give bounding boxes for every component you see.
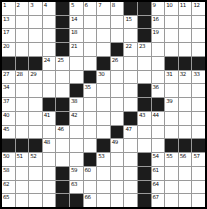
clue-number: 56 xyxy=(180,153,186,159)
cell-r6c13[interactable]: 31 xyxy=(165,71,178,84)
cell-r5c4[interactable]: 24 xyxy=(43,57,56,70)
clue-number: 60 xyxy=(85,167,91,173)
cell-r9c11[interactable]: 43 xyxy=(138,112,151,125)
cell-r3c4[interactable] xyxy=(43,29,56,42)
cell-r13c3[interactable] xyxy=(29,167,42,180)
black-square-r1c5 xyxy=(56,2,69,15)
cell-r13c6[interactable]: 59 xyxy=(70,167,83,180)
cell-r13c12[interactable]: 61 xyxy=(152,167,165,180)
clue-number: 31 xyxy=(166,71,172,77)
cell-r9c2[interactable] xyxy=(16,112,29,125)
clue-number: 17 xyxy=(3,29,9,35)
clue-number: 22 xyxy=(125,43,131,49)
cell-r2c15[interactable] xyxy=(192,16,205,29)
clue-number: 63 xyxy=(71,181,77,187)
cell-r14c3[interactable] xyxy=(29,181,42,194)
cell-r9c7[interactable] xyxy=(84,112,97,125)
cell-r7c13[interactable] xyxy=(165,84,178,97)
clue-number: 57 xyxy=(193,153,199,159)
cell-r6c5[interactable] xyxy=(56,71,69,84)
cell-r3c9[interactable] xyxy=(111,29,124,42)
black-square-r4c9 xyxy=(111,43,124,56)
black-square-r13c5 xyxy=(56,167,69,180)
cell-r6c3[interactable]: 29 xyxy=(29,71,42,84)
cell-r14c1[interactable]: 62 xyxy=(2,181,15,194)
black-square-r5c3 xyxy=(29,57,42,70)
black-square-r14c11 xyxy=(138,181,151,194)
cell-r13c8[interactable] xyxy=(97,167,110,180)
cell-r9c14[interactable] xyxy=(179,112,192,125)
cell-r8c3[interactable] xyxy=(29,98,42,111)
black-square-r11c14 xyxy=(179,139,192,152)
black-square-r12c7 xyxy=(84,153,97,166)
cell-r3c7[interactable] xyxy=(84,29,97,42)
clue-number: 46 xyxy=(57,126,63,132)
cell-r12c12[interactable]: 54 xyxy=(152,153,165,166)
clue-number: 48 xyxy=(44,139,50,145)
cell-r13c1[interactable]: 58 xyxy=(2,167,15,180)
cell-r10c8[interactable] xyxy=(97,126,110,139)
clue-number: 29 xyxy=(30,71,36,77)
cell-r12c6[interactable] xyxy=(70,153,83,166)
clue-number: 18 xyxy=(71,29,77,35)
black-square-r8c12 xyxy=(152,98,165,111)
cell-r14c9[interactable] xyxy=(111,181,124,194)
cell-r15c15[interactable] xyxy=(192,194,205,207)
cell-r15c13[interactable] xyxy=(165,194,178,207)
clue-number: 36 xyxy=(153,84,159,90)
cell-r14c15[interactable] xyxy=(192,181,205,194)
cell-r4c1[interactable]: 20 xyxy=(2,43,15,56)
cell-r12c15[interactable]: 57 xyxy=(192,153,205,166)
clue-number: 35 xyxy=(85,84,91,90)
cell-r2c6[interactable]: 14 xyxy=(70,16,83,29)
cell-r11c9[interactable]: 49 xyxy=(111,139,124,152)
cell-r12c1[interactable]: 50 xyxy=(2,153,15,166)
cell-r15c1[interactable]: 65 xyxy=(2,194,15,207)
cell-r9c15[interactable] xyxy=(192,112,205,125)
crossword-puzzle: 1234567891011121314151617181920212223242… xyxy=(0,0,207,209)
cell-r14c14[interactable] xyxy=(179,181,192,194)
cell-r1c9[interactable]: 8 xyxy=(111,2,124,15)
cell-r7c5[interactable] xyxy=(56,84,69,97)
cell-r11c5[interactable] xyxy=(56,139,69,152)
cell-r11c6[interactable] xyxy=(70,139,83,152)
black-square-r13c11 xyxy=(138,167,151,180)
cell-r13c9[interactable] xyxy=(111,167,124,180)
clue-number: 42 xyxy=(71,112,77,118)
cell-r12c3[interactable]: 52 xyxy=(29,153,42,166)
cell-r11c4[interactable]: 48 xyxy=(43,139,56,152)
cell-r13c4[interactable] xyxy=(43,167,56,180)
black-square-r4c5 xyxy=(56,43,69,56)
black-square-r1c10 xyxy=(124,2,137,15)
black-square-r5c15 xyxy=(192,57,205,70)
cell-r3c14[interactable] xyxy=(179,29,192,42)
cell-r10c5[interactable]: 46 xyxy=(56,126,69,139)
cell-r4c15[interactable] xyxy=(192,43,205,56)
clue-number: 20 xyxy=(3,43,9,49)
black-square-r5c1 xyxy=(2,57,15,70)
cell-r12c2[interactable]: 51 xyxy=(16,153,29,166)
cell-r6c4[interactable] xyxy=(43,71,56,84)
clue-number: 65 xyxy=(3,194,9,200)
cell-r9c6[interactable]: 42 xyxy=(70,112,83,125)
clue-number: 62 xyxy=(3,181,9,187)
black-square-r2c11 xyxy=(138,16,151,29)
cell-r13c15[interactable] xyxy=(192,167,205,180)
cell-r10c12[interactable] xyxy=(152,126,165,139)
cell-r2c13[interactable] xyxy=(165,16,178,29)
clue-number: 3 xyxy=(30,2,33,8)
cell-r13c2[interactable] xyxy=(16,167,29,180)
clue-number: 24 xyxy=(44,57,50,63)
black-square-r15c11 xyxy=(138,194,151,207)
clue-number: 9 xyxy=(153,2,156,8)
black-square-r5c8 xyxy=(97,57,110,70)
clue-number: 30 xyxy=(98,71,104,77)
cell-r1c12[interactable]: 9 xyxy=(152,2,165,15)
cell-r13c10[interactable] xyxy=(124,167,137,180)
cell-r13c13[interactable] xyxy=(165,167,178,180)
clue-number: 27 xyxy=(3,71,9,77)
clue-number: 52 xyxy=(30,153,36,159)
cell-r7c3[interactable] xyxy=(29,84,42,97)
cell-r3c6[interactable]: 18 xyxy=(70,29,83,42)
clue-number: 26 xyxy=(112,57,118,63)
cell-r3c10[interactable] xyxy=(124,29,137,42)
crossword-grid: 1234567891011121314151617181920212223242… xyxy=(0,0,207,209)
cell-r7c2[interactable] xyxy=(16,84,29,97)
cell-r6c8[interactable]: 30 xyxy=(97,71,110,84)
cell-r15c10[interactable] xyxy=(124,194,137,207)
cell-r8c2[interactable] xyxy=(16,98,29,111)
cell-r14c6[interactable]: 63 xyxy=(70,181,83,194)
cell-r4c4[interactable] xyxy=(43,43,56,56)
black-square-r5c2 xyxy=(16,57,29,70)
cell-r9c4[interactable]: 41 xyxy=(43,112,56,125)
black-square-r2c5 xyxy=(56,16,69,29)
clue-number: 8 xyxy=(112,2,115,8)
cell-r14c10[interactable] xyxy=(124,181,137,194)
cell-r9c12[interactable]: 44 xyxy=(152,112,165,125)
cell-r3c13[interactable] xyxy=(165,29,178,42)
cell-r8c7[interactable] xyxy=(84,98,97,111)
black-square-r9c10 xyxy=(124,112,137,125)
black-square-r15c5 xyxy=(56,194,69,207)
cell-r2c1[interactable]: 13 xyxy=(2,16,15,29)
cell-r8c13[interactable]: 39 xyxy=(165,98,178,111)
cell-r3c3[interactable] xyxy=(29,29,42,42)
cell-r5c11[interactable] xyxy=(138,57,151,70)
cell-r7c9[interactable] xyxy=(111,84,124,97)
cell-r15c4[interactable] xyxy=(43,194,56,207)
clue-number: 39 xyxy=(166,98,172,104)
clue-number: 25 xyxy=(57,57,63,63)
cell-r5c7[interactable] xyxy=(84,57,97,70)
cell-r10c3[interactable] xyxy=(29,126,42,139)
clue-number: 38 xyxy=(71,98,77,104)
cell-r1c4[interactable]: 4 xyxy=(43,2,56,15)
clue-number: 19 xyxy=(153,29,159,35)
cell-r4c13[interactable] xyxy=(165,43,178,56)
black-square-r8c4 xyxy=(43,98,56,111)
cell-r4c2[interactable] xyxy=(16,43,29,56)
black-square-r7c11 xyxy=(138,84,151,97)
cell-r10c15[interactable] xyxy=(192,126,205,139)
black-square-r8c5 xyxy=(56,98,69,111)
cell-r6c6[interactable] xyxy=(70,71,83,84)
cell-r2c12[interactable]: 16 xyxy=(152,16,165,29)
black-square-r10c9 xyxy=(111,126,124,139)
cell-r15c3[interactable] xyxy=(29,194,42,207)
clue-number: 16 xyxy=(153,16,159,22)
cell-r5c6[interactable] xyxy=(70,57,83,70)
clue-number: 28 xyxy=(17,71,23,77)
cell-r13c14[interactable] xyxy=(179,167,192,180)
cell-r12c13[interactable]: 55 xyxy=(165,153,178,166)
clue-number: 66 xyxy=(85,194,91,200)
clue-number: 13 xyxy=(3,16,9,22)
cell-r8c1[interactable]: 37 xyxy=(2,98,15,111)
cell-r6c11[interactable] xyxy=(138,71,151,84)
clue-number: 10 xyxy=(166,2,172,8)
cell-r10c10[interactable]: 47 xyxy=(124,126,137,139)
cell-r1c15[interactable]: 12 xyxy=(192,2,205,15)
clue-number: 21 xyxy=(71,43,77,49)
cell-r10c2[interactable] xyxy=(16,126,29,139)
cell-r8c15[interactable] xyxy=(192,98,205,111)
black-square-r11c3 xyxy=(29,139,42,152)
cell-r1c2[interactable]: 2 xyxy=(16,2,29,15)
cell-r2c8[interactable] xyxy=(97,16,110,29)
cell-r7c10[interactable] xyxy=(124,84,137,97)
black-square-r6c7 xyxy=(84,71,97,84)
black-square-r11c1 xyxy=(2,139,15,152)
cell-r3c15[interactable] xyxy=(192,29,205,42)
clue-number: 32 xyxy=(180,71,186,77)
black-square-r15c6 xyxy=(70,194,83,207)
cell-r1c13[interactable]: 10 xyxy=(165,2,178,15)
black-square-r3c11 xyxy=(138,29,151,42)
cell-r7c8[interactable] xyxy=(97,84,110,97)
cell-r12c9[interactable] xyxy=(111,153,124,166)
cell-r15c9[interactable] xyxy=(111,194,124,207)
clue-number: 2 xyxy=(17,2,20,8)
black-square-r11c15 xyxy=(192,139,205,152)
black-square-r1c11 xyxy=(138,2,151,15)
clue-number: 44 xyxy=(153,112,159,118)
cell-r14c7[interactable] xyxy=(84,181,97,194)
cell-r9c9[interactable] xyxy=(111,112,124,125)
clue-number: 64 xyxy=(153,181,159,187)
clue-number: 12 xyxy=(193,2,199,8)
clue-number: 51 xyxy=(17,153,23,159)
cell-r11c7[interactable] xyxy=(84,139,97,152)
black-square-r5c14 xyxy=(179,57,192,70)
black-square-r14c5 xyxy=(56,181,69,194)
cell-r7c15[interactable] xyxy=(192,84,205,97)
cell-r10c11[interactable] xyxy=(138,126,151,139)
clue-number: 34 xyxy=(3,84,9,90)
black-square-r3c5 xyxy=(56,29,69,42)
cell-r4c3[interactable] xyxy=(29,43,42,56)
cell-r13c7[interactable]: 60 xyxy=(84,167,97,180)
cell-r8c8[interactable] xyxy=(97,98,110,111)
clue-number: 6 xyxy=(85,2,88,8)
cell-r7c12[interactable]: 36 xyxy=(152,84,165,97)
cell-r8c10[interactable] xyxy=(124,98,137,111)
cell-r15c12[interactable]: 67 xyxy=(152,194,165,207)
cell-r3c2[interactable] xyxy=(16,29,29,42)
clue-number: 33 xyxy=(193,71,199,77)
cell-r12c14[interactable]: 56 xyxy=(179,153,192,166)
black-square-r5c13 xyxy=(165,57,178,70)
cell-r4c12[interactable] xyxy=(152,43,165,56)
clue-number: 14 xyxy=(71,16,77,22)
cell-r12c8[interactable]: 53 xyxy=(97,153,110,166)
clue-number: 5 xyxy=(71,2,74,8)
cell-r15c14[interactable] xyxy=(179,194,192,207)
cell-r2c10[interactable]: 15 xyxy=(124,16,137,29)
clue-number: 11 xyxy=(180,2,186,8)
cell-r15c8[interactable] xyxy=(97,194,110,207)
clue-number: 53 xyxy=(98,153,104,159)
clue-number: 50 xyxy=(3,153,9,159)
clue-number: 45 xyxy=(3,126,9,132)
cell-r8c6[interactable]: 38 xyxy=(70,98,83,111)
cell-r10c7[interactable] xyxy=(84,126,97,139)
clue-number: 58 xyxy=(3,167,9,173)
cell-r14c2[interactable] xyxy=(16,181,29,194)
cell-r8c9[interactable] xyxy=(111,98,124,111)
cell-r12c5[interactable] xyxy=(56,153,69,166)
cell-r3c1[interactable]: 17 xyxy=(2,29,15,42)
cell-r4c10[interactable]: 22 xyxy=(124,43,137,56)
cell-r12c10[interactable] xyxy=(124,153,137,166)
cell-r3c8[interactable] xyxy=(97,29,110,42)
black-square-r12c11 xyxy=(138,153,151,166)
clue-number: 55 xyxy=(166,153,172,159)
clue-number: 7 xyxy=(98,2,101,8)
clue-number: 23 xyxy=(139,43,145,49)
cell-r10c14[interactable] xyxy=(179,126,192,139)
clue-number: 54 xyxy=(153,153,159,159)
cell-r1c1[interactable]: 1 xyxy=(2,2,15,15)
cell-r6c2[interactable]: 28 xyxy=(16,71,29,84)
cell-r14c13[interactable] xyxy=(165,181,178,194)
cell-r5c10[interactable] xyxy=(124,57,137,70)
clue-number: 37 xyxy=(3,98,9,104)
cell-r8c14[interactable] xyxy=(179,98,192,111)
cell-r4c7[interactable] xyxy=(84,43,97,56)
cell-r7c14[interactable] xyxy=(179,84,192,97)
cell-r6c9[interactable] xyxy=(111,71,124,84)
cell-r6c14[interactable]: 32 xyxy=(179,71,192,84)
cell-r1c7[interactable]: 6 xyxy=(84,2,97,15)
cell-r10c4[interactable] xyxy=(43,126,56,139)
black-square-r9c5 xyxy=(56,112,69,125)
cell-r9c8[interactable] xyxy=(97,112,110,125)
cell-r14c8[interactable] xyxy=(97,181,110,194)
cell-r7c7[interactable]: 35 xyxy=(84,84,97,97)
cell-r10c1[interactable]: 45 xyxy=(2,126,15,139)
cell-r4c8[interactable] xyxy=(97,43,110,56)
cell-r2c3[interactable] xyxy=(29,16,42,29)
clue-number: 15 xyxy=(125,16,131,22)
clue-number: 61 xyxy=(153,167,159,173)
cell-r2c9[interactable] xyxy=(111,16,124,29)
cell-r3c12[interactable]: 19 xyxy=(152,29,165,42)
cell-r10c13[interactable] xyxy=(165,126,178,139)
clue-number: 43 xyxy=(139,112,145,118)
cell-r4c6[interactable]: 21 xyxy=(70,43,83,56)
cell-r5c5[interactable]: 25 xyxy=(56,57,69,70)
cell-r5c9[interactable]: 26 xyxy=(111,57,124,70)
cell-r7c1[interactable]: 34 xyxy=(2,84,15,97)
cell-r11c10[interactable] xyxy=(124,139,137,152)
cell-r10c6[interactable] xyxy=(70,126,83,139)
cell-r15c7[interactable]: 66 xyxy=(84,194,97,207)
clue-number: 49 xyxy=(112,139,118,145)
cell-r1c6[interactable]: 5 xyxy=(70,2,83,15)
cell-r12c4[interactable] xyxy=(43,153,56,166)
black-square-r11c2 xyxy=(16,139,29,152)
cell-r6c15[interactable]: 33 xyxy=(192,71,205,84)
clue-number: 41 xyxy=(44,112,50,118)
cell-r2c7[interactable] xyxy=(84,16,97,29)
cell-r4c14[interactable] xyxy=(179,43,192,56)
clue-number: 67 xyxy=(153,194,159,200)
cell-r6c10[interactable] xyxy=(124,71,137,84)
cell-r2c4[interactable] xyxy=(43,16,56,29)
cell-r2c14[interactable] xyxy=(179,16,192,29)
clue-number: 4 xyxy=(44,2,47,8)
clue-number: 40 xyxy=(3,112,9,118)
cell-r14c12[interactable]: 64 xyxy=(152,181,165,194)
clue-number: 1 xyxy=(3,2,6,8)
cell-r9c13[interactable] xyxy=(165,112,178,125)
clue-number: 47 xyxy=(125,126,131,132)
cell-r9c1[interactable]: 40 xyxy=(2,112,15,125)
cell-r1c8[interactable]: 7 xyxy=(97,2,110,15)
clue-number: 59 xyxy=(71,167,77,173)
cell-r1c3[interactable]: 3 xyxy=(29,2,42,15)
cell-r11c12[interactable] xyxy=(152,139,165,152)
cell-r1c14[interactable]: 11 xyxy=(179,2,192,15)
cell-r7c4[interactable] xyxy=(43,84,56,97)
black-square-r11c8 xyxy=(97,139,110,152)
cell-r14c4[interactable] xyxy=(43,181,56,194)
cell-r9c3[interactable] xyxy=(29,112,42,125)
cell-r6c12[interactable] xyxy=(152,71,165,84)
black-square-r8c11 xyxy=(138,98,151,111)
cell-r11c11[interactable] xyxy=(138,139,151,152)
cell-r4c11[interactable]: 23 xyxy=(138,43,151,56)
cell-r5c12[interactable] xyxy=(152,57,165,70)
cell-r15c2[interactable] xyxy=(16,194,29,207)
black-square-r7c6 xyxy=(70,84,83,97)
cell-r6c1[interactable]: 27 xyxy=(2,71,15,84)
cell-r2c2[interactable] xyxy=(16,16,29,29)
black-square-r11c13 xyxy=(165,139,178,152)
